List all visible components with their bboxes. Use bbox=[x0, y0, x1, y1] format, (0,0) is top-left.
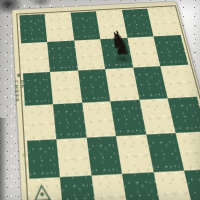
board-square[interactable] bbox=[45, 13, 74, 42]
board-square[interactable] bbox=[26, 139, 59, 179]
board-square[interactable] bbox=[53, 103, 86, 139]
board-square[interactable] bbox=[21, 42, 51, 73]
shadow-top-small bbox=[30, 0, 52, 7]
board-square[interactable] bbox=[154, 35, 189, 66]
board-square[interactable] bbox=[19, 14, 47, 43]
us-chess-triangle-logo-icon bbox=[32, 183, 52, 200]
board-square[interactable] bbox=[47, 41, 78, 72]
board-square[interactable] bbox=[24, 104, 56, 141]
chess-mat: US CHESS ® ♞ bbox=[12, 1, 200, 200]
photo-scene: US CHESS ® ♞ bbox=[0, 0, 200, 200]
board-square[interactable] bbox=[50, 71, 82, 105]
board-frame: ♞ bbox=[16, 5, 200, 200]
shadow-left-edge bbox=[0, 118, 7, 200]
board-square[interactable] bbox=[148, 7, 181, 36]
board-square[interactable] bbox=[56, 138, 91, 177]
board-square[interactable]: ♞ bbox=[101, 38, 134, 69]
board-square[interactable] bbox=[22, 72, 53, 106]
board-square[interactable] bbox=[161, 65, 197, 99]
chess-board: ♞ bbox=[19, 7, 200, 200]
